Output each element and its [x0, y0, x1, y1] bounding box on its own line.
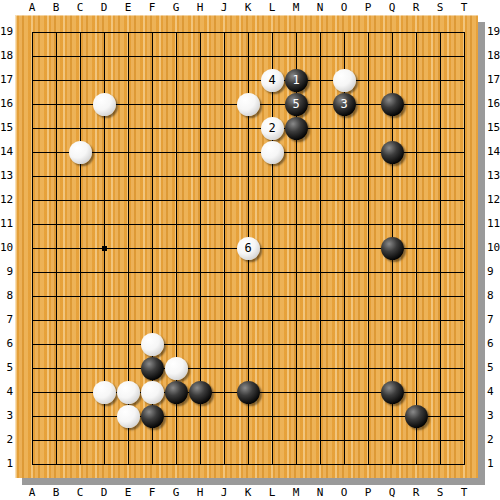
row-label-right-6: 6 — [487, 332, 500, 356]
column-label-bottom-D: D — [92, 485, 116, 500]
column-label-top-C: C — [68, 0, 92, 15]
stone-white-D16 — [93, 93, 116, 116]
row-label-left-13: 13 — [0, 164, 13, 188]
stone-black-F5 — [141, 357, 164, 380]
stone-white-L14 — [261, 141, 284, 164]
move-number-label: 4 — [268, 73, 275, 87]
column-label-top-K: K — [236, 0, 260, 15]
column-label-bottom-L: L — [260, 485, 284, 500]
row-label-right-7: 7 — [487, 308, 500, 332]
row-label-left-10: 10 — [0, 236, 13, 260]
column-label-bottom-C: C — [68, 485, 92, 500]
column-label-top-O: O — [332, 0, 356, 15]
column-label-top-L: L — [260, 0, 284, 15]
stone-black-Q16 — [381, 93, 404, 116]
stone-white-L15: 2 — [261, 117, 284, 140]
row-label-left-12: 12 — [0, 188, 13, 212]
stone-white-O17 — [333, 69, 356, 92]
column-label-top-J: J — [212, 0, 236, 15]
row-label-left-17: 17 — [0, 68, 13, 92]
star-point-D10 — [102, 246, 107, 251]
row-label-right-19: 19 — [487, 20, 500, 44]
row-label-right-1: 1 — [487, 452, 500, 476]
go-board-screenshot: AABBCCDDEEFFGGHHJJKKLLMMNNOOPPQQRRSSTT19… — [0, 0, 500, 500]
row-label-left-18: 18 — [0, 44, 13, 68]
move-number-label: 2 — [268, 121, 275, 135]
column-label-bottom-E: E — [116, 485, 140, 500]
move-number-label: 5 — [292, 97, 299, 111]
column-label-bottom-P: P — [356, 485, 380, 500]
stone-white-E4 — [117, 381, 140, 404]
stone-black-M17: 1 — [285, 69, 308, 92]
stone-black-M15 — [285, 117, 308, 140]
row-label-left-4: 4 — [0, 380, 13, 404]
column-label-top-R: R — [404, 0, 428, 15]
row-label-right-14: 14 — [487, 140, 500, 164]
row-label-left-9: 9 — [0, 260, 13, 284]
row-label-right-15: 15 — [487, 116, 500, 140]
column-label-bottom-R: R — [404, 485, 428, 500]
column-label-top-S: S — [428, 0, 452, 15]
stone-black-Q4 — [381, 381, 404, 404]
stone-white-D4 — [93, 381, 116, 404]
column-label-bottom-H: H — [188, 485, 212, 500]
row-label-left-2: 2 — [0, 428, 13, 452]
row-label-right-9: 9 — [487, 260, 500, 284]
column-label-top-D: D — [92, 0, 116, 15]
stone-black-K4 — [237, 381, 260, 404]
row-label-left-16: 16 — [0, 92, 13, 116]
stone-white-F6 — [141, 333, 164, 356]
stone-black-H4 — [189, 381, 212, 404]
row-label-right-8: 8 — [487, 284, 500, 308]
stone-black-G4 — [165, 381, 188, 404]
row-label-right-13: 13 — [487, 164, 500, 188]
stone-white-K10: 6 — [237, 237, 260, 260]
column-label-bottom-M: M — [284, 485, 308, 500]
row-label-right-12: 12 — [487, 188, 500, 212]
column-label-bottom-J: J — [212, 485, 236, 500]
stone-black-M16: 5 — [285, 93, 308, 116]
row-label-right-10: 10 — [487, 236, 500, 260]
column-label-top-T: T — [452, 0, 476, 15]
stone-black-O16: 3 — [333, 93, 356, 116]
row-label-left-7: 7 — [0, 308, 13, 332]
stone-black-Q14 — [381, 141, 404, 164]
row-label-left-19: 19 — [0, 20, 13, 44]
column-label-top-G: G — [164, 0, 188, 15]
column-label-bottom-S: S — [428, 485, 452, 500]
stone-white-G5 — [165, 357, 188, 380]
row-label-right-17: 17 — [487, 68, 500, 92]
row-label-left-6: 6 — [0, 332, 13, 356]
column-label-top-M: M — [284, 0, 308, 15]
row-label-left-14: 14 — [0, 140, 13, 164]
stone-white-L17: 4 — [261, 69, 284, 92]
column-label-top-P: P — [356, 0, 380, 15]
column-label-bottom-B: B — [44, 485, 68, 500]
row-label-right-5: 5 — [487, 356, 500, 380]
row-label-right-3: 3 — [487, 404, 500, 428]
stone-black-Q10 — [381, 237, 404, 260]
stone-white-C14 — [69, 141, 92, 164]
stone-black-R3 — [405, 405, 428, 428]
stone-white-E3 — [117, 405, 140, 428]
row-label-right-2: 2 — [487, 428, 500, 452]
move-number-label: 1 — [292, 73, 299, 87]
move-number-label: 3 — [340, 97, 347, 111]
row-label-right-18: 18 — [487, 44, 500, 68]
column-label-top-Q: Q — [380, 0, 404, 15]
column-label-top-B: B — [44, 0, 68, 15]
column-label-top-H: H — [188, 0, 212, 15]
row-label-left-1: 1 — [0, 452, 13, 476]
column-label-top-N: N — [308, 0, 332, 15]
row-label-right-16: 16 — [487, 92, 500, 116]
column-label-bottom-O: O — [332, 485, 356, 500]
row-label-left-15: 15 — [0, 116, 13, 140]
row-label-right-4: 4 — [487, 380, 500, 404]
column-label-bottom-F: F — [140, 485, 164, 500]
row-label-left-3: 3 — [0, 404, 13, 428]
row-label-left-5: 5 — [0, 356, 13, 380]
row-label-left-11: 11 — [0, 212, 13, 236]
column-label-top-A: A — [20, 0, 44, 15]
column-label-top-F: F — [140, 0, 164, 15]
column-label-top-E: E — [116, 0, 140, 15]
column-label-bottom-A: A — [20, 485, 44, 500]
column-label-bottom-G: G — [164, 485, 188, 500]
row-label-left-8: 8 — [0, 284, 13, 308]
stone-white-K16 — [237, 93, 260, 116]
move-number-label: 6 — [244, 241, 251, 255]
row-label-right-11: 11 — [487, 212, 500, 236]
column-label-bottom-Q: Q — [380, 485, 404, 500]
column-label-bottom-N: N — [308, 485, 332, 500]
column-label-bottom-K: K — [236, 485, 260, 500]
column-label-bottom-T: T — [452, 485, 476, 500]
stone-white-F4 — [141, 381, 164, 404]
stone-black-F3 — [141, 405, 164, 428]
